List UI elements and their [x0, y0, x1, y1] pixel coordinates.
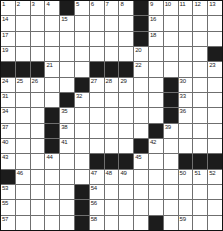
cell-r5c11[interactable] — [149, 62, 163, 76]
cell-r13c11[interactable] — [149, 185, 163, 199]
black-cell-r5c2 — [16, 62, 30, 76]
cell-r11c6[interactable] — [75, 154, 89, 168]
cell-r14c8[interactable] — [105, 200, 119, 214]
cell-r10c3[interactable] — [31, 139, 45, 153]
clue-number-43: 43 — [2, 154, 8, 161]
cell-r14c3[interactable] — [31, 200, 45, 214]
black-cell-r6c6 — [75, 78, 89, 92]
clue-number-7: 7 — [106, 1, 109, 8]
cell-r4c13[interactable] — [179, 47, 193, 61]
cell-r8c14[interactable] — [193, 108, 207, 122]
cell-r14c5[interactable] — [60, 200, 74, 214]
clue-number-23: 23 — [209, 62, 215, 69]
clue-number-24: 24 — [2, 78, 8, 85]
cell-r8c7[interactable] — [90, 108, 104, 122]
clue-number-51: 51 — [194, 170, 200, 177]
cell-r8c3[interactable] — [31, 108, 45, 122]
clue-number-39: 39 — [165, 124, 171, 131]
cell-r14c15[interactable] — [208, 200, 222, 214]
cell-r5c6[interactable] — [75, 62, 89, 76]
cell-r6c4[interactable] — [45, 78, 59, 92]
clue-number-14: 14 — [2, 16, 8, 23]
black-cell-r11c15 — [208, 154, 222, 168]
cell-r1c1[interactable]: 1 — [1, 1, 15, 15]
cell-r14c4[interactable] — [45, 200, 59, 214]
clue-number-44: 44 — [46, 154, 52, 161]
clue-number-50: 50 — [180, 170, 186, 177]
cell-r12c10[interactable] — [134, 170, 148, 184]
cell-r15c2[interactable] — [16, 216, 30, 230]
black-cell-r11c14 — [193, 154, 207, 168]
cell-r13c14[interactable] — [193, 185, 207, 199]
cell-r14c12[interactable] — [164, 200, 178, 214]
cell-r11c1[interactable]: 43 — [1, 154, 15, 168]
cell-r10c14[interactable] — [193, 139, 207, 153]
black-cell-r11c9 — [119, 154, 133, 168]
cell-r9c3[interactable] — [31, 124, 45, 138]
clue-number-5: 5 — [76, 1, 79, 8]
cell-r2c14[interactable] — [193, 16, 207, 30]
cell-r6c1[interactable]: 24 — [1, 78, 15, 92]
cell-r3c14[interactable] — [193, 32, 207, 46]
cell-r2c5[interactable]: 15 — [60, 16, 74, 30]
cell-r1c8[interactable]: 7 — [105, 1, 119, 15]
cell-r14c10[interactable] — [134, 200, 148, 214]
cell-r2c13[interactable] — [179, 16, 193, 30]
cell-r13c1[interactable]: 53 — [1, 185, 15, 199]
black-cell-r9c4 — [45, 124, 59, 138]
black-cell-r12c1 — [1, 170, 15, 184]
clue-number-59: 59 — [180, 216, 186, 223]
cell-r12c14[interactable]: 51 — [193, 170, 207, 184]
cell-r7c14[interactable] — [193, 93, 207, 107]
cell-r14c9[interactable] — [119, 200, 133, 214]
cell-r7c4[interactable] — [45, 93, 59, 107]
cell-r10c6[interactable] — [75, 139, 89, 153]
clue-number-20: 20 — [135, 47, 141, 54]
cell-r11c10[interactable]: 45 — [134, 154, 148, 168]
cell-r4c6[interactable] — [75, 47, 89, 61]
cell-r12c7[interactable]: 47 — [90, 170, 104, 184]
cell-r11c2[interactable] — [16, 154, 30, 168]
cell-r7c2[interactable] — [16, 93, 30, 107]
cell-r1c11[interactable]: 9 — [149, 1, 163, 15]
cell-r10c9[interactable] — [119, 139, 133, 153]
cell-r12c5[interactable] — [60, 170, 74, 184]
cell-r13c5[interactable] — [60, 185, 74, 199]
clue-number-36: 36 — [180, 108, 186, 115]
cell-r1c15[interactable]: 13 — [208, 1, 222, 15]
cell-r6c9[interactable]: 29 — [119, 78, 133, 92]
cell-r9c8[interactable] — [105, 124, 119, 138]
cell-r10c13[interactable] — [179, 139, 193, 153]
cell-r8c5[interactable]: 35 — [60, 108, 74, 122]
cell-r1c13[interactable]: 11 — [179, 1, 193, 15]
cell-r3c13[interactable] — [179, 32, 193, 46]
cell-r4c7[interactable] — [90, 47, 104, 61]
cell-r7c6[interactable]: 32 — [75, 93, 89, 107]
cell-r3c12[interactable] — [164, 32, 178, 46]
cell-r10c7[interactable] — [90, 139, 104, 153]
cell-r4c2[interactable] — [16, 47, 30, 61]
crossword-grid: 1234567891011121314151617181920212223242… — [0, 0, 223, 231]
cell-r3c8[interactable] — [105, 32, 119, 46]
cell-r3c6[interactable] — [75, 32, 89, 46]
cell-r10c5[interactable]: 41 — [60, 139, 74, 153]
cell-r15c15[interactable] — [208, 216, 222, 230]
clue-number-1: 1 — [2, 1, 5, 8]
cell-r14c1[interactable]: 55 — [1, 200, 15, 214]
cell-r1c2[interactable]: 2 — [16, 1, 30, 15]
clue-number-32: 32 — [76, 93, 82, 100]
cell-r9c1[interactable]: 37 — [1, 124, 15, 138]
cell-r1c4[interactable]: 4 — [45, 1, 59, 15]
cell-r15c12[interactable] — [164, 216, 178, 230]
clue-number-26: 26 — [32, 78, 38, 85]
clue-number-17: 17 — [2, 32, 8, 39]
cell-r15c8[interactable] — [105, 216, 119, 230]
cell-r9c6[interactable] — [75, 124, 89, 138]
cell-r2c7[interactable] — [90, 16, 104, 30]
cell-r4c8[interactable] — [105, 47, 119, 61]
cell-r1c7[interactable]: 6 — [90, 1, 104, 15]
clue-number-53: 53 — [2, 185, 8, 192]
clue-number-4: 4 — [46, 1, 49, 8]
cell-r14c14[interactable] — [193, 200, 207, 214]
cell-r9c2[interactable] — [16, 124, 30, 138]
cell-r9c10[interactable] — [134, 124, 148, 138]
black-cell-r7c5 — [60, 93, 74, 107]
cell-r1c3[interactable]: 3 — [31, 1, 45, 15]
clue-number-3: 3 — [32, 1, 35, 8]
cell-r2c4[interactable] — [45, 16, 59, 30]
cell-r6c2[interactable]: 25 — [16, 78, 30, 92]
cell-r10c15[interactable] — [208, 139, 222, 153]
cell-r13c13[interactable] — [179, 185, 193, 199]
cell-r13c3[interactable] — [31, 185, 45, 199]
cell-r3c7[interactable] — [90, 32, 104, 46]
cell-r9c7[interactable] — [90, 124, 104, 138]
clue-number-15: 15 — [61, 16, 67, 23]
cell-r7c9[interactable] — [119, 93, 133, 107]
clue-number-30: 30 — [180, 78, 186, 85]
cell-r12c11[interactable] — [149, 170, 163, 184]
cell-r8c13[interactable]: 36 — [179, 108, 193, 122]
cell-r8c8[interactable] — [105, 108, 119, 122]
cell-r10c11[interactable]: 42 — [149, 139, 163, 153]
clue-number-25: 25 — [17, 78, 23, 85]
cell-r6c15[interactable] — [208, 78, 222, 92]
cell-r2c3[interactable] — [31, 16, 45, 30]
cell-r1c9[interactable]: 8 — [119, 1, 133, 15]
clue-number-11: 11 — [180, 1, 186, 8]
clue-number-9: 9 — [150, 1, 153, 8]
cell-r12c9[interactable]: 49 — [119, 170, 133, 184]
cell-r6c8[interactable]: 28 — [105, 78, 119, 92]
cell-r15c1[interactable]: 57 — [1, 216, 15, 230]
cell-r2c8[interactable] — [105, 16, 119, 30]
cell-r15c5[interactable] — [60, 216, 74, 230]
clue-number-58: 58 — [91, 216, 97, 223]
cell-r6c7[interactable]: 27 — [90, 78, 104, 92]
clue-number-19: 19 — [2, 47, 8, 54]
cell-r5c13[interactable] — [179, 62, 193, 76]
cell-r8c15[interactable] — [208, 108, 222, 122]
cell-r6c5[interactable] — [60, 78, 74, 92]
cell-r12c3[interactable] — [31, 170, 45, 184]
clue-number-8: 8 — [120, 1, 123, 8]
cell-r3c4[interactable] — [45, 32, 59, 46]
cell-r4c12[interactable] — [164, 47, 178, 61]
cell-r12c6[interactable] — [75, 170, 89, 184]
cell-r2c15[interactable] — [208, 16, 222, 30]
cell-r15c10[interactable] — [134, 216, 148, 230]
cell-r4c11[interactable] — [149, 47, 163, 61]
cell-r9c15[interactable] — [208, 124, 222, 138]
cell-r3c9[interactable] — [119, 32, 133, 46]
clue-number-29: 29 — [120, 78, 126, 85]
clue-number-46: 46 — [17, 170, 23, 177]
cell-r13c2[interactable] — [16, 185, 30, 199]
cell-r12c2[interactable]: 46 — [16, 170, 30, 184]
cell-r14c11[interactable] — [149, 200, 163, 214]
cell-r7c8[interactable] — [105, 93, 119, 107]
cell-r4c4[interactable] — [45, 47, 59, 61]
black-cell-r6c12 — [164, 78, 178, 92]
clue-number-52: 52 — [209, 170, 215, 177]
clue-number-28: 28 — [106, 78, 112, 85]
cell-r4c10[interactable]: 20 — [134, 47, 148, 61]
cell-r2c11[interactable]: 16 — [149, 16, 163, 30]
clue-number-55: 55 — [2, 200, 8, 207]
cell-r11c11[interactable] — [149, 154, 163, 168]
clue-number-12: 12 — [194, 1, 200, 8]
cell-r6c3[interactable]: 26 — [31, 78, 45, 92]
clue-number-6: 6 — [91, 1, 94, 8]
cell-r5c4[interactable]: 21 — [45, 62, 59, 76]
cell-r15c3[interactable] — [31, 216, 45, 230]
cell-r13c10[interactable] — [134, 185, 148, 199]
clue-number-38: 38 — [61, 124, 67, 131]
cell-r9c13[interactable] — [179, 124, 193, 138]
cell-r5c5[interactable] — [60, 62, 74, 76]
black-cell-r5c1 — [1, 62, 15, 76]
cell-r4c9[interactable] — [119, 47, 133, 61]
cell-r1c6[interactable]: 5 — [75, 1, 89, 15]
black-cell-r2c10 — [134, 16, 148, 30]
black-cell-r11c7 — [90, 154, 104, 168]
cell-r8c10[interactable] — [134, 108, 148, 122]
cell-r15c13[interactable]: 59 — [179, 216, 193, 230]
cell-r13c7[interactable]: 54 — [90, 185, 104, 199]
cell-r11c5[interactable] — [60, 154, 74, 168]
clue-number-57: 57 — [2, 216, 8, 223]
cell-r10c2[interactable] — [16, 139, 30, 153]
cell-r7c13[interactable]: 33 — [179, 93, 193, 107]
cell-r2c6[interactable] — [75, 16, 89, 30]
black-cell-r5c8 — [105, 62, 119, 76]
cell-r6c10[interactable] — [134, 78, 148, 92]
cell-r7c1[interactable]: 31 — [1, 93, 15, 107]
cell-r9c9[interactable] — [119, 124, 133, 138]
clue-number-13: 13 — [209, 1, 215, 8]
black-cell-r8c4 — [45, 108, 59, 122]
cell-r12c15[interactable]: 52 — [208, 170, 222, 184]
cell-r14c7[interactable]: 56 — [90, 200, 104, 214]
clue-number-27: 27 — [91, 78, 97, 85]
clue-number-49: 49 — [120, 170, 126, 177]
cell-r9c5[interactable]: 38 — [60, 124, 74, 138]
black-cell-r7c12 — [164, 93, 178, 107]
cell-r6c11[interactable] — [149, 78, 163, 92]
cell-r15c4[interactable] — [45, 216, 59, 230]
clue-number-48: 48 — [106, 170, 112, 177]
cell-r4c5[interactable] — [60, 47, 74, 61]
cell-r8c11[interactable] — [149, 108, 163, 122]
cell-r7c3[interactable] — [31, 93, 45, 107]
cell-r13c8[interactable] — [105, 185, 119, 199]
cell-r7c10[interactable] — [134, 93, 148, 107]
clue-number-10: 10 — [165, 1, 171, 8]
cell-r1c12[interactable]: 10 — [164, 1, 178, 15]
black-cell-r4c15 — [208, 47, 222, 61]
cell-r12c4[interactable] — [45, 170, 59, 184]
cell-r8c2[interactable] — [16, 108, 30, 122]
cell-r11c4[interactable]: 44 — [45, 154, 59, 168]
cell-r10c12[interactable] — [164, 139, 178, 153]
cell-r5c15[interactable]: 23 — [208, 62, 222, 76]
cell-r7c15[interactable] — [208, 93, 222, 107]
cell-r13c9[interactable] — [119, 185, 133, 199]
clue-number-21: 21 — [46, 62, 52, 69]
cell-r13c4[interactable] — [45, 185, 59, 199]
black-cell-r1c10 — [134, 1, 148, 15]
black-cell-r1c5 — [60, 1, 74, 15]
cell-r15c14[interactable] — [193, 216, 207, 230]
clue-number-37: 37 — [2, 124, 8, 131]
cell-r8c1[interactable]: 34 — [1, 108, 15, 122]
cell-r13c15[interactable] — [208, 185, 222, 199]
black-cell-r9c11 — [149, 124, 163, 138]
clue-number-40: 40 — [2, 139, 8, 146]
clue-number-47: 47 — [91, 170, 97, 177]
cell-r2c1[interactable]: 14 — [1, 16, 15, 30]
cell-r5c14[interactable] — [193, 62, 207, 76]
cell-r9c12[interactable]: 39 — [164, 124, 178, 138]
cell-r12c8[interactable]: 48 — [105, 170, 119, 184]
black-cell-r13c6 — [75, 185, 89, 199]
clue-number-45: 45 — [135, 154, 141, 161]
clue-number-22: 22 — [135, 62, 141, 69]
cell-r2c2[interactable] — [16, 16, 30, 30]
black-cell-r15c11 — [149, 216, 163, 230]
cell-r4c3[interactable] — [31, 47, 45, 61]
clue-number-31: 31 — [2, 93, 8, 100]
clue-number-34: 34 — [2, 108, 8, 115]
cell-r4c14[interactable] — [193, 47, 207, 61]
cell-r15c7[interactable]: 58 — [90, 216, 104, 230]
cell-r8c9[interactable] — [119, 108, 133, 122]
cell-r11c3[interactable] — [31, 154, 45, 168]
cell-r3c5[interactable] — [60, 32, 74, 46]
cell-r10c8[interactable] — [105, 139, 119, 153]
black-cell-r3c10 — [134, 32, 148, 46]
cell-r14c2[interactable] — [16, 200, 30, 214]
cell-r12c12[interactable] — [164, 170, 178, 184]
cell-r4c1[interactable]: 19 — [1, 47, 15, 61]
cell-r1c14[interactable]: 12 — [193, 1, 207, 15]
cell-r12c13[interactable]: 50 — [179, 170, 193, 184]
cell-r3c11[interactable]: 18 — [149, 32, 163, 46]
cell-r6c14[interactable] — [193, 78, 207, 92]
clue-number-56: 56 — [91, 200, 97, 207]
black-cell-r15c6 — [75, 216, 89, 230]
cell-r3c2[interactable] — [16, 32, 30, 46]
black-cell-r10c4 — [45, 139, 59, 153]
cell-r9c14[interactable] — [193, 124, 207, 138]
black-cell-r10c10 — [134, 139, 148, 153]
black-cell-r11c13 — [179, 154, 193, 168]
cell-r6c13[interactable]: 30 — [179, 78, 193, 92]
cell-r7c7[interactable] — [90, 93, 104, 107]
cell-r5c10[interactable]: 22 — [134, 62, 148, 76]
cell-r3c3[interactable] — [31, 32, 45, 46]
cell-r7c11[interactable] — [149, 93, 163, 107]
cell-r15c9[interactable] — [119, 216, 133, 230]
clue-number-54: 54 — [91, 185, 97, 192]
clue-number-16: 16 — [150, 16, 156, 23]
black-cell-r14c6 — [75, 200, 89, 214]
black-cell-r8c12 — [164, 108, 178, 122]
cell-r5c12[interactable] — [164, 62, 178, 76]
black-cell-r5c7 — [90, 62, 104, 76]
clue-number-41: 41 — [61, 139, 67, 146]
cell-r10c1[interactable]: 40 — [1, 139, 15, 153]
cell-r11c12[interactable] — [164, 154, 178, 168]
cell-r14c13[interactable] — [179, 200, 193, 214]
cell-r3c1[interactable]: 17 — [1, 32, 15, 46]
black-cell-r5c9 — [119, 62, 133, 76]
cell-r2c12[interactable] — [164, 16, 178, 30]
clue-number-33: 33 — [180, 93, 186, 100]
cell-r8c6[interactable] — [75, 108, 89, 122]
cell-r13c12[interactable] — [164, 185, 178, 199]
clue-number-35: 35 — [61, 108, 67, 115]
black-cell-r5c3 — [31, 62, 45, 76]
cell-r2c9[interactable] — [119, 16, 133, 30]
clue-number-2: 2 — [17, 1, 20, 8]
clue-number-18: 18 — [150, 32, 156, 39]
black-cell-r11c8 — [105, 154, 119, 168]
clue-number-42: 42 — [150, 139, 156, 146]
cell-r3c15[interactable] — [208, 32, 222, 46]
